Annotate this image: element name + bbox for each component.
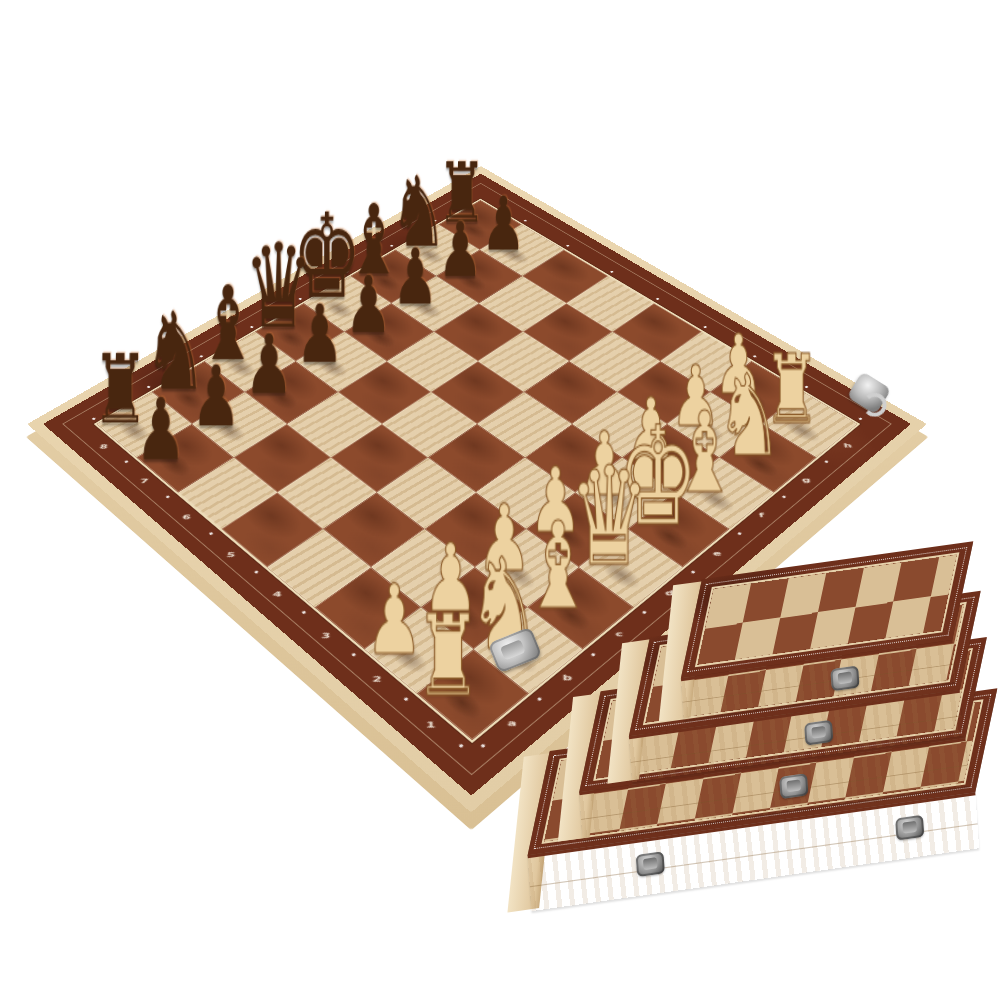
box-clasp xyxy=(831,665,860,691)
box-clasp xyxy=(804,720,833,746)
box-clasp xyxy=(895,814,924,840)
box-clasp xyxy=(779,773,808,799)
folded-box-stack xyxy=(0,0,1001,1001)
product-photo: ♜♟♟♜♞♟♟♞♝♟♟♝♚♟♟♚♛♟♟♛♝♟♟♝♞♟♟♞♜♟♟♜ 8765432… xyxy=(0,0,1001,1001)
box-clasp xyxy=(636,851,665,877)
